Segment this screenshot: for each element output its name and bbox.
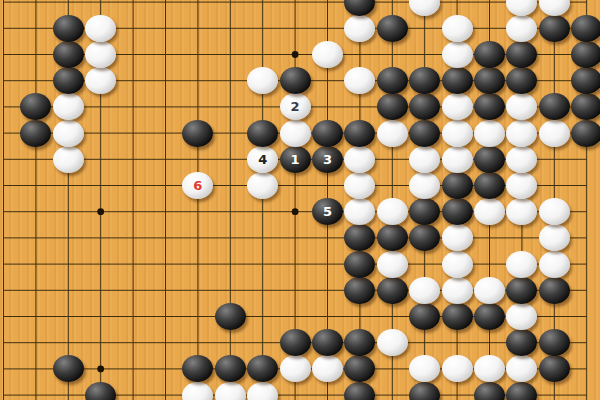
star-point (97, 366, 104, 373)
white-stone (442, 355, 473, 382)
black-stone (571, 120, 600, 147)
white-stone (409, 146, 440, 173)
white-stone (474, 198, 505, 225)
move-number-label: 5 (323, 205, 332, 218)
white-stone: 4 (247, 146, 278, 173)
white-stone (442, 224, 473, 251)
white-stone (506, 120, 537, 147)
white-stone (377, 251, 408, 278)
black-stone (474, 303, 505, 330)
black-stone (571, 67, 600, 94)
white-stone (474, 120, 505, 147)
white-stone (539, 251, 570, 278)
star-point (292, 208, 299, 215)
black-stone (377, 15, 408, 42)
black-stone: 5 (312, 198, 343, 225)
white-stone (377, 198, 408, 225)
black-stone (280, 67, 311, 94)
white-stone: 2 (280, 93, 311, 120)
move-number-label: 1 (291, 153, 300, 166)
black-stone (53, 15, 84, 42)
white-stone (280, 120, 311, 147)
black-stone (571, 15, 600, 42)
white-stone (442, 251, 473, 278)
white-stone (409, 277, 440, 304)
black-stone (344, 120, 375, 147)
black-stone: 1 (280, 146, 311, 173)
black-stone (474, 146, 505, 173)
black-stone (312, 329, 343, 356)
black-stone (53, 41, 84, 68)
go-board[interactable]: 241365 (0, 0, 600, 400)
white-stone (53, 146, 84, 173)
white-stone (280, 355, 311, 382)
black-stone (377, 67, 408, 94)
white-stone (312, 41, 343, 68)
black-stone (442, 67, 473, 94)
white-stone (442, 146, 473, 173)
black-stone (53, 67, 84, 94)
black-stone (409, 303, 440, 330)
white-stone (442, 93, 473, 120)
black-stone (247, 120, 278, 147)
white-stone (85, 41, 116, 68)
black-stone (344, 277, 375, 304)
move-number-label: 6 (193, 179, 202, 192)
white-stone (344, 15, 375, 42)
white-stone (247, 172, 278, 199)
move-number-label: 2 (291, 100, 300, 113)
black-stone (344, 251, 375, 278)
black-stone (571, 41, 600, 68)
black-stone (442, 198, 473, 225)
white-stone (539, 198, 570, 225)
black-stone (377, 277, 408, 304)
white-stone (506, 146, 537, 173)
black-stone (539, 277, 570, 304)
black-stone (182, 120, 213, 147)
star-point (292, 51, 299, 58)
white-stone (506, 251, 537, 278)
white-stone (344, 146, 375, 173)
black-stone (442, 303, 473, 330)
black-stone (409, 120, 440, 147)
white-stone (506, 15, 537, 42)
black-stone (20, 120, 51, 147)
black-stone (280, 329, 311, 356)
white-stone (474, 277, 505, 304)
white-stone (442, 41, 473, 68)
move-number-label: 4 (258, 153, 267, 166)
black-stone (474, 172, 505, 199)
star-point (97, 208, 104, 215)
white-stone (442, 120, 473, 147)
white-stone (442, 15, 473, 42)
black-stone (474, 67, 505, 94)
black-stone (539, 329, 570, 356)
move-number-label: 3 (323, 153, 332, 166)
black-stone (506, 277, 537, 304)
black-stone (312, 120, 343, 147)
white-stone (409, 172, 440, 199)
white-stone (539, 120, 570, 147)
black-stone (571, 93, 600, 120)
white-stone (377, 329, 408, 356)
white-stone (85, 15, 116, 42)
black-stone (474, 41, 505, 68)
black-stone (215, 303, 246, 330)
black-stone: 3 (312, 146, 343, 173)
black-stone (442, 172, 473, 199)
white-stone (377, 120, 408, 147)
white-stone (442, 277, 473, 304)
white-stone (53, 120, 84, 147)
black-stone (539, 15, 570, 42)
